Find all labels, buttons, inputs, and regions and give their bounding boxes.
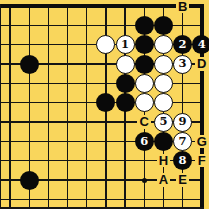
stone-white [116, 55, 135, 74]
move-3-stone-white: 3 [173, 55, 192, 74]
move-number: 1 [121, 39, 129, 51]
move-7-stone-white: 7 [173, 132, 192, 151]
label-patch: F [195, 154, 209, 168]
move-6-stone-black: 6 [135, 132, 154, 151]
move-1-stone-white: 1 [116, 35, 135, 54]
move-number: 5 [159, 116, 167, 128]
grid-line-horizontal [0, 83, 204, 84]
stone-black [20, 171, 39, 190]
grid-line-vertical [86, 4, 87, 209]
label-patch: H [157, 154, 171, 168]
label-patch: C [137, 115, 151, 129]
grid-line-horizontal [0, 25, 204, 26]
point-label-H: H [159, 154, 168, 167]
stone-black [116, 74, 135, 93]
stone-white [135, 93, 154, 112]
label-patch: D [195, 57, 209, 71]
point-label-E: E [178, 173, 187, 186]
stone-black [135, 35, 154, 54]
stone-white [96, 35, 115, 54]
grid-line-vertical [9, 4, 10, 209]
stone-black [116, 93, 135, 112]
point-label-F: F [198, 154, 206, 167]
stone-black [135, 55, 154, 74]
move-5-stone-white: 5 [154, 113, 173, 132]
move-number: 9 [179, 116, 187, 128]
label-patch: B [176, 0, 190, 13]
stone-black [154, 16, 173, 35]
grid-line-horizontal [0, 199, 204, 200]
stone-black [96, 93, 115, 112]
stone-white [154, 74, 173, 93]
point-label-A: A [159, 173, 168, 186]
move-number: 3 [179, 58, 187, 70]
stone-black [154, 132, 173, 151]
stone-white [154, 55, 173, 74]
label-patch: G [195, 135, 209, 149]
grid-line-vertical [48, 4, 49, 209]
board-top-edge [0, 4, 204, 8]
stone-black [135, 16, 154, 35]
move-number: 6 [140, 136, 148, 148]
star-point [142, 178, 147, 183]
stone-white [154, 93, 173, 112]
move-9-stone-white: 9 [173, 113, 192, 132]
move-number: 4 [198, 39, 206, 51]
grid-line-vertical [67, 4, 68, 209]
crop-edge-bottom [0, 207, 204, 208]
move-number: 8 [179, 155, 187, 167]
go-board: BCDGFHAE124359678 [0, 0, 209, 209]
label-patch: A [157, 173, 171, 187]
move-number: 7 [179, 136, 187, 148]
stone-white [154, 35, 173, 54]
stone-white [135, 74, 154, 93]
point-label-G: G [197, 135, 207, 148]
point-label-C: C [139, 115, 148, 128]
go-diagram: BCDGFHAE124359678 [0, 0, 209, 209]
move-4-stone-black: 4 [192, 35, 209, 54]
point-label-B: B [178, 0, 187, 13]
stone-black [20, 55, 39, 74]
move-2-stone-black: 2 [173, 35, 192, 54]
move-number: 2 [179, 39, 187, 51]
label-patch: E [176, 173, 190, 187]
point-label-D: D [197, 57, 206, 70]
move-8-stone-black: 8 [173, 151, 192, 170]
crop-edge-left [0, 4, 1, 209]
